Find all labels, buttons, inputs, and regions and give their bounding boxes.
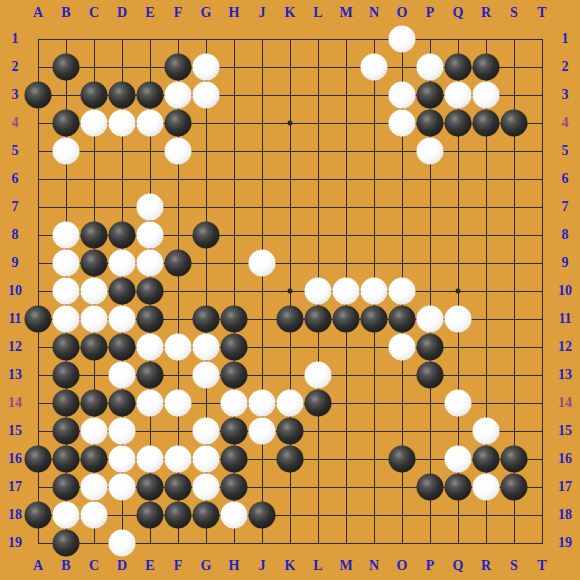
intersection-S13[interactable] [500,361,528,389]
intersection-S11[interactable] [500,305,528,333]
intersection-D6[interactable] [108,165,136,193]
intersection-K8[interactable] [276,221,304,249]
intersection-D19[interactable] [108,529,136,557]
intersection-J8[interactable] [248,221,276,249]
intersection-H18[interactable] [220,501,248,529]
intersection-S9[interactable] [500,249,528,277]
intersection-K13[interactable] [276,361,304,389]
intersection-F17[interactable] [164,473,192,501]
intersection-T7[interactable] [528,193,556,221]
intersection-L12[interactable] [304,333,332,361]
intersection-T16[interactable] [528,445,556,473]
intersection-B15[interactable] [52,417,80,445]
intersection-Q19[interactable] [444,529,472,557]
intersection-A8[interactable] [24,221,52,249]
intersection-E3[interactable] [136,81,164,109]
intersection-C2[interactable] [80,53,108,81]
intersection-S19[interactable] [500,529,528,557]
intersection-G16[interactable] [192,445,220,473]
intersection-G19[interactable] [192,529,220,557]
intersection-Q15[interactable] [444,417,472,445]
intersection-E11[interactable] [136,305,164,333]
intersection-K7[interactable] [276,193,304,221]
intersection-S18[interactable] [500,501,528,529]
intersection-F19[interactable] [164,529,192,557]
intersection-Q13[interactable] [444,361,472,389]
intersection-L14[interactable] [304,389,332,417]
intersection-R1[interactable] [472,25,500,53]
intersection-T11[interactable] [528,305,556,333]
intersection-M15[interactable] [332,417,360,445]
intersection-G18[interactable] [192,501,220,529]
intersection-D11[interactable] [108,305,136,333]
intersection-H7[interactable] [220,193,248,221]
intersection-B18[interactable] [52,501,80,529]
intersection-P4[interactable] [416,109,444,137]
intersection-B11[interactable] [52,305,80,333]
intersection-A12[interactable] [24,333,52,361]
intersection-H9[interactable] [220,249,248,277]
intersection-M19[interactable] [332,529,360,557]
intersection-F12[interactable] [164,333,192,361]
goban[interactable] [24,25,556,557]
intersection-B9[interactable] [52,249,80,277]
intersection-H13[interactable] [220,361,248,389]
intersection-C11[interactable] [80,305,108,333]
intersection-R12[interactable] [472,333,500,361]
intersection-J10[interactable] [248,277,276,305]
intersection-P3[interactable] [416,81,444,109]
intersection-N1[interactable] [360,25,388,53]
intersection-A5[interactable] [24,137,52,165]
intersection-B12[interactable] [52,333,80,361]
intersection-A11[interactable] [24,305,52,333]
intersection-C10[interactable] [80,277,108,305]
intersection-R3[interactable] [472,81,500,109]
intersection-J19[interactable] [248,529,276,557]
intersection-H12[interactable] [220,333,248,361]
intersection-J14[interactable] [248,389,276,417]
intersection-Q1[interactable] [444,25,472,53]
intersection-Q5[interactable] [444,137,472,165]
intersection-L2[interactable] [304,53,332,81]
intersection-F13[interactable] [164,361,192,389]
intersection-D15[interactable] [108,417,136,445]
intersection-G3[interactable] [192,81,220,109]
intersection-L9[interactable] [304,249,332,277]
intersection-D7[interactable] [108,193,136,221]
intersection-R7[interactable] [472,193,500,221]
intersection-T18[interactable] [528,501,556,529]
intersection-B7[interactable] [52,193,80,221]
intersection-O16[interactable] [388,445,416,473]
intersection-O9[interactable] [388,249,416,277]
intersection-M7[interactable] [332,193,360,221]
intersection-T9[interactable] [528,249,556,277]
intersection-L18[interactable] [304,501,332,529]
intersection-T17[interactable] [528,473,556,501]
intersection-C14[interactable] [80,389,108,417]
intersection-L19[interactable] [304,529,332,557]
intersection-O11[interactable] [388,305,416,333]
intersection-F2[interactable] [164,53,192,81]
intersection-K14[interactable] [276,389,304,417]
intersection-N4[interactable] [360,109,388,137]
intersection-H1[interactable] [220,25,248,53]
intersection-A10[interactable] [24,277,52,305]
intersection-K18[interactable] [276,501,304,529]
intersection-D17[interactable] [108,473,136,501]
intersection-F14[interactable] [164,389,192,417]
intersection-G13[interactable] [192,361,220,389]
intersection-O19[interactable] [388,529,416,557]
intersection-M18[interactable] [332,501,360,529]
intersection-C3[interactable] [80,81,108,109]
intersection-M6[interactable] [332,165,360,193]
intersection-H5[interactable] [220,137,248,165]
intersection-D1[interactable] [108,25,136,53]
intersection-G10[interactable] [192,277,220,305]
intersection-S7[interactable] [500,193,528,221]
intersection-Q4[interactable] [444,109,472,137]
intersection-Q12[interactable] [444,333,472,361]
intersection-T10[interactable] [528,277,556,305]
intersection-F1[interactable] [164,25,192,53]
intersection-M3[interactable] [332,81,360,109]
intersection-O14[interactable] [388,389,416,417]
intersection-H11[interactable] [220,305,248,333]
intersection-G12[interactable] [192,333,220,361]
intersection-C12[interactable] [80,333,108,361]
intersection-E6[interactable] [136,165,164,193]
intersection-K9[interactable] [276,249,304,277]
intersection-L17[interactable] [304,473,332,501]
intersection-H8[interactable] [220,221,248,249]
intersection-H10[interactable] [220,277,248,305]
intersection-A7[interactable] [24,193,52,221]
intersection-T5[interactable] [528,137,556,165]
intersection-R15[interactable] [472,417,500,445]
intersection-A19[interactable] [24,529,52,557]
intersection-N8[interactable] [360,221,388,249]
intersection-Q8[interactable] [444,221,472,249]
intersection-Q2[interactable] [444,53,472,81]
intersection-C16[interactable] [80,445,108,473]
intersection-B10[interactable] [52,277,80,305]
intersection-J16[interactable] [248,445,276,473]
intersection-R11[interactable] [472,305,500,333]
intersection-D16[interactable] [108,445,136,473]
intersection-C7[interactable] [80,193,108,221]
intersection-K17[interactable] [276,473,304,501]
intersection-B6[interactable] [52,165,80,193]
intersection-P19[interactable] [416,529,444,557]
intersection-N6[interactable] [360,165,388,193]
intersection-P17[interactable] [416,473,444,501]
intersection-A2[interactable] [24,53,52,81]
intersection-L16[interactable] [304,445,332,473]
intersection-K2[interactable] [276,53,304,81]
intersection-A6[interactable] [24,165,52,193]
intersection-O6[interactable] [388,165,416,193]
intersection-Q14[interactable] [444,389,472,417]
intersection-Q11[interactable] [444,305,472,333]
intersection-G14[interactable] [192,389,220,417]
intersection-L15[interactable] [304,417,332,445]
intersection-P8[interactable] [416,221,444,249]
intersection-R14[interactable] [472,389,500,417]
intersection-F4[interactable] [164,109,192,137]
intersection-D9[interactable] [108,249,136,277]
intersection-P12[interactable] [416,333,444,361]
intersection-D12[interactable] [108,333,136,361]
intersection-E12[interactable] [136,333,164,361]
intersection-J17[interactable] [248,473,276,501]
intersection-G6[interactable] [192,165,220,193]
intersection-E19[interactable] [136,529,164,557]
intersection-Q6[interactable] [444,165,472,193]
intersection-L11[interactable] [304,305,332,333]
intersection-O3[interactable] [388,81,416,109]
intersection-D13[interactable] [108,361,136,389]
intersection-O7[interactable] [388,193,416,221]
intersection-B8[interactable] [52,221,80,249]
intersection-M1[interactable] [332,25,360,53]
intersection-A1[interactable] [24,25,52,53]
intersection-C5[interactable] [80,137,108,165]
intersection-R10[interactable] [472,277,500,305]
intersection-A3[interactable] [24,81,52,109]
intersection-T15[interactable] [528,417,556,445]
intersection-K5[interactable] [276,137,304,165]
intersection-S10[interactable] [500,277,528,305]
intersection-S14[interactable] [500,389,528,417]
intersection-H3[interactable] [220,81,248,109]
intersection-P7[interactable] [416,193,444,221]
intersection-N19[interactable] [360,529,388,557]
intersection-D18[interactable] [108,501,136,529]
intersection-O18[interactable] [388,501,416,529]
intersection-L6[interactable] [304,165,332,193]
intersection-L4[interactable] [304,109,332,137]
intersection-Q16[interactable] [444,445,472,473]
intersection-B13[interactable] [52,361,80,389]
intersection-M16[interactable] [332,445,360,473]
intersection-C17[interactable] [80,473,108,501]
intersection-E4[interactable] [136,109,164,137]
intersection-N7[interactable] [360,193,388,221]
intersection-K6[interactable] [276,165,304,193]
intersection-P16[interactable] [416,445,444,473]
intersection-A16[interactable] [24,445,52,473]
intersection-N2[interactable] [360,53,388,81]
intersection-E8[interactable] [136,221,164,249]
intersection-G15[interactable] [192,417,220,445]
intersection-N18[interactable] [360,501,388,529]
intersection-N5[interactable] [360,137,388,165]
intersection-J12[interactable] [248,333,276,361]
intersection-R4[interactable] [472,109,500,137]
intersection-K10[interactable] [276,277,304,305]
intersection-P11[interactable] [416,305,444,333]
intersection-F9[interactable] [164,249,192,277]
intersection-D3[interactable] [108,81,136,109]
intersection-T19[interactable] [528,529,556,557]
intersection-P14[interactable] [416,389,444,417]
intersection-C8[interactable] [80,221,108,249]
intersection-S1[interactable] [500,25,528,53]
intersection-N10[interactable] [360,277,388,305]
intersection-J5[interactable] [248,137,276,165]
intersection-O10[interactable] [388,277,416,305]
intersection-N12[interactable] [360,333,388,361]
intersection-O12[interactable] [388,333,416,361]
intersection-P13[interactable] [416,361,444,389]
intersection-J6[interactable] [248,165,276,193]
intersection-S4[interactable] [500,109,528,137]
intersection-F18[interactable] [164,501,192,529]
intersection-E17[interactable] [136,473,164,501]
intersection-Q17[interactable] [444,473,472,501]
intersection-J15[interactable] [248,417,276,445]
intersection-O13[interactable] [388,361,416,389]
intersection-J18[interactable] [248,501,276,529]
intersection-F5[interactable] [164,137,192,165]
intersection-A18[interactable] [24,501,52,529]
intersection-T3[interactable] [528,81,556,109]
intersection-A15[interactable] [24,417,52,445]
intersection-K11[interactable] [276,305,304,333]
intersection-P1[interactable] [416,25,444,53]
intersection-P5[interactable] [416,137,444,165]
intersection-K3[interactable] [276,81,304,109]
intersection-L5[interactable] [304,137,332,165]
intersection-S15[interactable] [500,417,528,445]
intersection-O5[interactable] [388,137,416,165]
intersection-L13[interactable] [304,361,332,389]
intersection-G2[interactable] [192,53,220,81]
intersection-P18[interactable] [416,501,444,529]
intersection-J9[interactable] [248,249,276,277]
intersection-G5[interactable] [192,137,220,165]
intersection-N13[interactable] [360,361,388,389]
intersection-H4[interactable] [220,109,248,137]
intersection-K1[interactable] [276,25,304,53]
intersection-N14[interactable] [360,389,388,417]
intersection-N9[interactable] [360,249,388,277]
intersection-E14[interactable] [136,389,164,417]
intersection-F16[interactable] [164,445,192,473]
intersection-N16[interactable] [360,445,388,473]
intersection-D8[interactable] [108,221,136,249]
intersection-A13[interactable] [24,361,52,389]
intersection-P9[interactable] [416,249,444,277]
intersection-C15[interactable] [80,417,108,445]
intersection-C4[interactable] [80,109,108,137]
intersection-J13[interactable] [248,361,276,389]
intersection-D10[interactable] [108,277,136,305]
intersection-C13[interactable] [80,361,108,389]
intersection-R16[interactable] [472,445,500,473]
intersection-J7[interactable] [248,193,276,221]
intersection-E5[interactable] [136,137,164,165]
intersection-M13[interactable] [332,361,360,389]
intersection-M4[interactable] [332,109,360,137]
intersection-M17[interactable] [332,473,360,501]
intersection-T2[interactable] [528,53,556,81]
intersection-H17[interactable] [220,473,248,501]
intersection-T4[interactable] [528,109,556,137]
intersection-H14[interactable] [220,389,248,417]
intersection-D14[interactable] [108,389,136,417]
intersection-A17[interactable] [24,473,52,501]
intersection-F15[interactable] [164,417,192,445]
intersection-L7[interactable] [304,193,332,221]
intersection-G8[interactable] [192,221,220,249]
intersection-S16[interactable] [500,445,528,473]
intersection-R13[interactable] [472,361,500,389]
intersection-C6[interactable] [80,165,108,193]
intersection-O2[interactable] [388,53,416,81]
intersection-B16[interactable] [52,445,80,473]
intersection-M10[interactable] [332,277,360,305]
intersection-K15[interactable] [276,417,304,445]
intersection-O17[interactable] [388,473,416,501]
intersection-B1[interactable] [52,25,80,53]
intersection-F10[interactable] [164,277,192,305]
intersection-B2[interactable] [52,53,80,81]
intersection-Q7[interactable] [444,193,472,221]
intersection-J3[interactable] [248,81,276,109]
intersection-L10[interactable] [304,277,332,305]
intersection-G4[interactable] [192,109,220,137]
intersection-A14[interactable] [24,389,52,417]
intersection-G11[interactable] [192,305,220,333]
intersection-S3[interactable] [500,81,528,109]
intersection-F6[interactable] [164,165,192,193]
intersection-Q10[interactable] [444,277,472,305]
intersection-D5[interactable] [108,137,136,165]
intersection-S6[interactable] [500,165,528,193]
intersection-K16[interactable] [276,445,304,473]
intersection-C1[interactable] [80,25,108,53]
intersection-T13[interactable] [528,361,556,389]
intersection-J4[interactable] [248,109,276,137]
intersection-J11[interactable] [248,305,276,333]
intersection-B17[interactable] [52,473,80,501]
intersection-P6[interactable] [416,165,444,193]
intersection-O15[interactable] [388,417,416,445]
intersection-E2[interactable] [136,53,164,81]
intersection-R17[interactable] [472,473,500,501]
intersection-S8[interactable] [500,221,528,249]
intersection-M12[interactable] [332,333,360,361]
intersection-S2[interactable] [500,53,528,81]
intersection-E9[interactable] [136,249,164,277]
intersection-D4[interactable] [108,109,136,137]
intersection-H6[interactable] [220,165,248,193]
intersection-R9[interactable] [472,249,500,277]
intersection-T8[interactable] [528,221,556,249]
intersection-L1[interactable] [304,25,332,53]
intersection-N15[interactable] [360,417,388,445]
intersection-K19[interactable] [276,529,304,557]
intersection-E7[interactable] [136,193,164,221]
intersection-A9[interactable] [24,249,52,277]
intersection-A4[interactable] [24,109,52,137]
intersection-F7[interactable] [164,193,192,221]
intersection-R8[interactable] [472,221,500,249]
